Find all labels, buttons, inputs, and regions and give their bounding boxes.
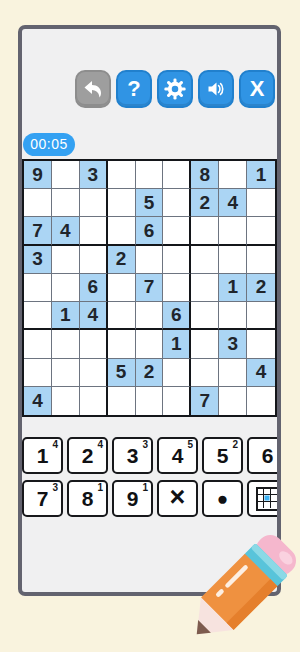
notes-grid-button[interactable] — [247, 480, 281, 517]
cell-r2c9[interactable] — [247, 189, 275, 217]
cell-r7c9[interactable] — [247, 330, 275, 358]
cell-r2c5[interactable]: 5 — [136, 189, 164, 217]
number-pad: 142433455263 738191×● — [22, 437, 281, 523]
digit-8-button[interactable]: 81 — [67, 480, 108, 517]
number-pad-row-1: 142433455263 — [22, 437, 281, 474]
number-pad-row-2: 738191×● — [22, 480, 281, 517]
cell-r9c2[interactable] — [52, 387, 80, 415]
cell-r2c2[interactable] — [52, 189, 80, 217]
cell-r6c7[interactable] — [191, 302, 219, 330]
cell-r7c6[interactable]: 1 — [163, 330, 191, 358]
cell-r5c1[interactable] — [24, 274, 52, 302]
cell-r5c7[interactable] — [191, 274, 219, 302]
cell-r5c4[interactable] — [108, 274, 136, 302]
cell-r1c6[interactable] — [163, 161, 191, 189]
close-icon: X — [250, 78, 265, 100]
cell-r6c5[interactable] — [136, 302, 164, 330]
cell-r7c7[interactable] — [191, 330, 219, 358]
cell-r7c2[interactable] — [52, 330, 80, 358]
cell-r3c8[interactable] — [219, 217, 247, 245]
cell-r2c6[interactable] — [163, 189, 191, 217]
close-button[interactable]: X — [239, 70, 275, 108]
cell-r5c2[interactable] — [52, 274, 80, 302]
digit-6-count: 3 — [277, 439, 281, 450]
undo-button[interactable] — [75, 70, 111, 108]
digit-3-count: 3 — [142, 439, 148, 450]
question-icon: ? — [127, 78, 140, 100]
erase-icon: × — [170, 484, 186, 511]
digit-4-count: 5 — [187, 439, 193, 450]
dot-icon: ● — [217, 489, 228, 508]
cell-r9c6[interactable] — [163, 387, 191, 415]
digit-1-count: 4 — [52, 439, 58, 450]
cell-r5c5[interactable]: 7 — [136, 274, 164, 302]
cell-r7c3[interactable] — [80, 330, 108, 358]
cell-r3c3[interactable] — [80, 217, 108, 245]
cell-r1c2[interactable] — [52, 161, 80, 189]
digit-5-count: 2 — [232, 439, 238, 450]
help-button[interactable]: ? — [116, 70, 152, 108]
settings-button[interactable] — [157, 70, 193, 108]
cell-r4c5[interactable] — [136, 246, 164, 274]
cell-r7c4[interactable] — [108, 330, 136, 358]
cell-r2c4[interactable] — [108, 189, 136, 217]
cell-r3c9[interactable] — [247, 217, 275, 245]
cell-r4c6[interactable] — [163, 246, 191, 274]
cell-r9c1[interactable]: 4 — [24, 387, 52, 415]
cell-r9c3[interactable] — [80, 387, 108, 415]
cell-r9c8[interactable] — [219, 387, 247, 415]
cell-r4c3[interactable] — [80, 246, 108, 274]
cell-r3c4[interactable] — [108, 217, 136, 245]
digit-2-count: 4 — [97, 439, 103, 450]
cell-r5c8[interactable]: 1 — [219, 274, 247, 302]
cell-r1c7[interactable]: 8 — [191, 161, 219, 189]
cell-r7c8[interactable]: 3 — [219, 330, 247, 358]
cell-r5c9[interactable]: 2 — [247, 274, 275, 302]
cell-r9c9[interactable] — [247, 387, 275, 415]
erase-button[interactable]: × — [157, 480, 198, 517]
cell-r8c1[interactable] — [24, 359, 52, 387]
cell-r5c6[interactable] — [163, 274, 191, 302]
cell-r6c8[interactable] — [219, 302, 247, 330]
cell-r5c3[interactable]: 6 — [80, 274, 108, 302]
cell-r4c9[interactable] — [247, 246, 275, 274]
cell-r1c4[interactable] — [108, 161, 136, 189]
digit-3-button[interactable]: 33 — [112, 437, 153, 474]
cell-r2c3[interactable] — [80, 189, 108, 217]
cell-r3c7[interactable] — [191, 217, 219, 245]
undo-icon — [81, 77, 105, 101]
cell-r3c5[interactable]: 6 — [136, 217, 164, 245]
cell-r4c8[interactable] — [219, 246, 247, 274]
cell-r6c9[interactable] — [247, 302, 275, 330]
cell-r8c2[interactable] — [52, 359, 80, 387]
cell-r8c9[interactable]: 4 — [247, 359, 275, 387]
digit-1-button[interactable]: 14 — [22, 437, 63, 474]
digit-2-button[interactable]: 24 — [67, 437, 108, 474]
cell-r6c3[interactable]: 4 — [80, 302, 108, 330]
cell-r3c6[interactable] — [163, 217, 191, 245]
cell-r6c4[interactable] — [108, 302, 136, 330]
speaker-icon — [204, 77, 228, 101]
cell-r8c3[interactable] — [80, 359, 108, 387]
cell-r9c5[interactable] — [136, 387, 164, 415]
cell-r6c1[interactable] — [24, 302, 52, 330]
cell-r4c2[interactable] — [52, 246, 80, 274]
game-panel: ? — [18, 25, 281, 596]
cell-r1c5[interactable] — [136, 161, 164, 189]
cell-r3c2[interactable]: 4 — [52, 217, 80, 245]
digit-7-button[interactable]: 73 — [22, 480, 63, 517]
digit-8-count: 1 — [97, 482, 103, 493]
cell-r8c5[interactable]: 2 — [136, 359, 164, 387]
cell-r4c4[interactable]: 2 — [108, 246, 136, 274]
cell-r1c3[interactable]: 3 — [80, 161, 108, 189]
cell-r2c7[interactable]: 2 — [191, 189, 219, 217]
sudoku-board: 93815247463267121461352447 — [22, 159, 277, 417]
cell-r2c1[interactable] — [24, 189, 52, 217]
cell-r9c4[interactable] — [108, 387, 136, 415]
cell-r2c8[interactable]: 4 — [219, 189, 247, 217]
toolbar: ? — [75, 70, 275, 108]
cell-r8c4[interactable]: 5 — [108, 359, 136, 387]
digit-5-button[interactable]: 52 — [202, 437, 243, 474]
digit-9-button[interactable]: 91 — [112, 480, 153, 517]
sound-button[interactable] — [198, 70, 234, 108]
cell-r8c6[interactable] — [163, 359, 191, 387]
cell-r6c2[interactable]: 1 — [52, 302, 80, 330]
cell-r1c1[interactable]: 9 — [24, 161, 52, 189]
cell-r4c7[interactable] — [191, 246, 219, 274]
cell-r8c7[interactable] — [191, 359, 219, 387]
cell-r9c7[interactable]: 7 — [191, 387, 219, 415]
cell-r7c5[interactable] — [136, 330, 164, 358]
digit-9-count: 1 — [142, 482, 148, 493]
cell-r6c6[interactable]: 6 — [163, 302, 191, 330]
digit-4-button[interactable]: 45 — [157, 437, 198, 474]
cell-r3c1[interactable]: 7 — [24, 217, 52, 245]
cell-r1c9[interactable]: 1 — [247, 161, 275, 189]
cell-r8c8[interactable] — [219, 359, 247, 387]
timer-badge: 00:05 — [23, 133, 75, 156]
cell-r7c1[interactable] — [24, 330, 52, 358]
gear-icon — [162, 76, 188, 102]
digit-6-button[interactable]: 63 — [247, 437, 281, 474]
digit-7-count: 3 — [52, 482, 58, 493]
cell-r1c8[interactable] — [219, 161, 247, 189]
pencil-mark-button[interactable]: ● — [202, 480, 243, 517]
cell-r4c1[interactable]: 3 — [24, 246, 52, 274]
notes-grid-icon — [256, 487, 280, 511]
